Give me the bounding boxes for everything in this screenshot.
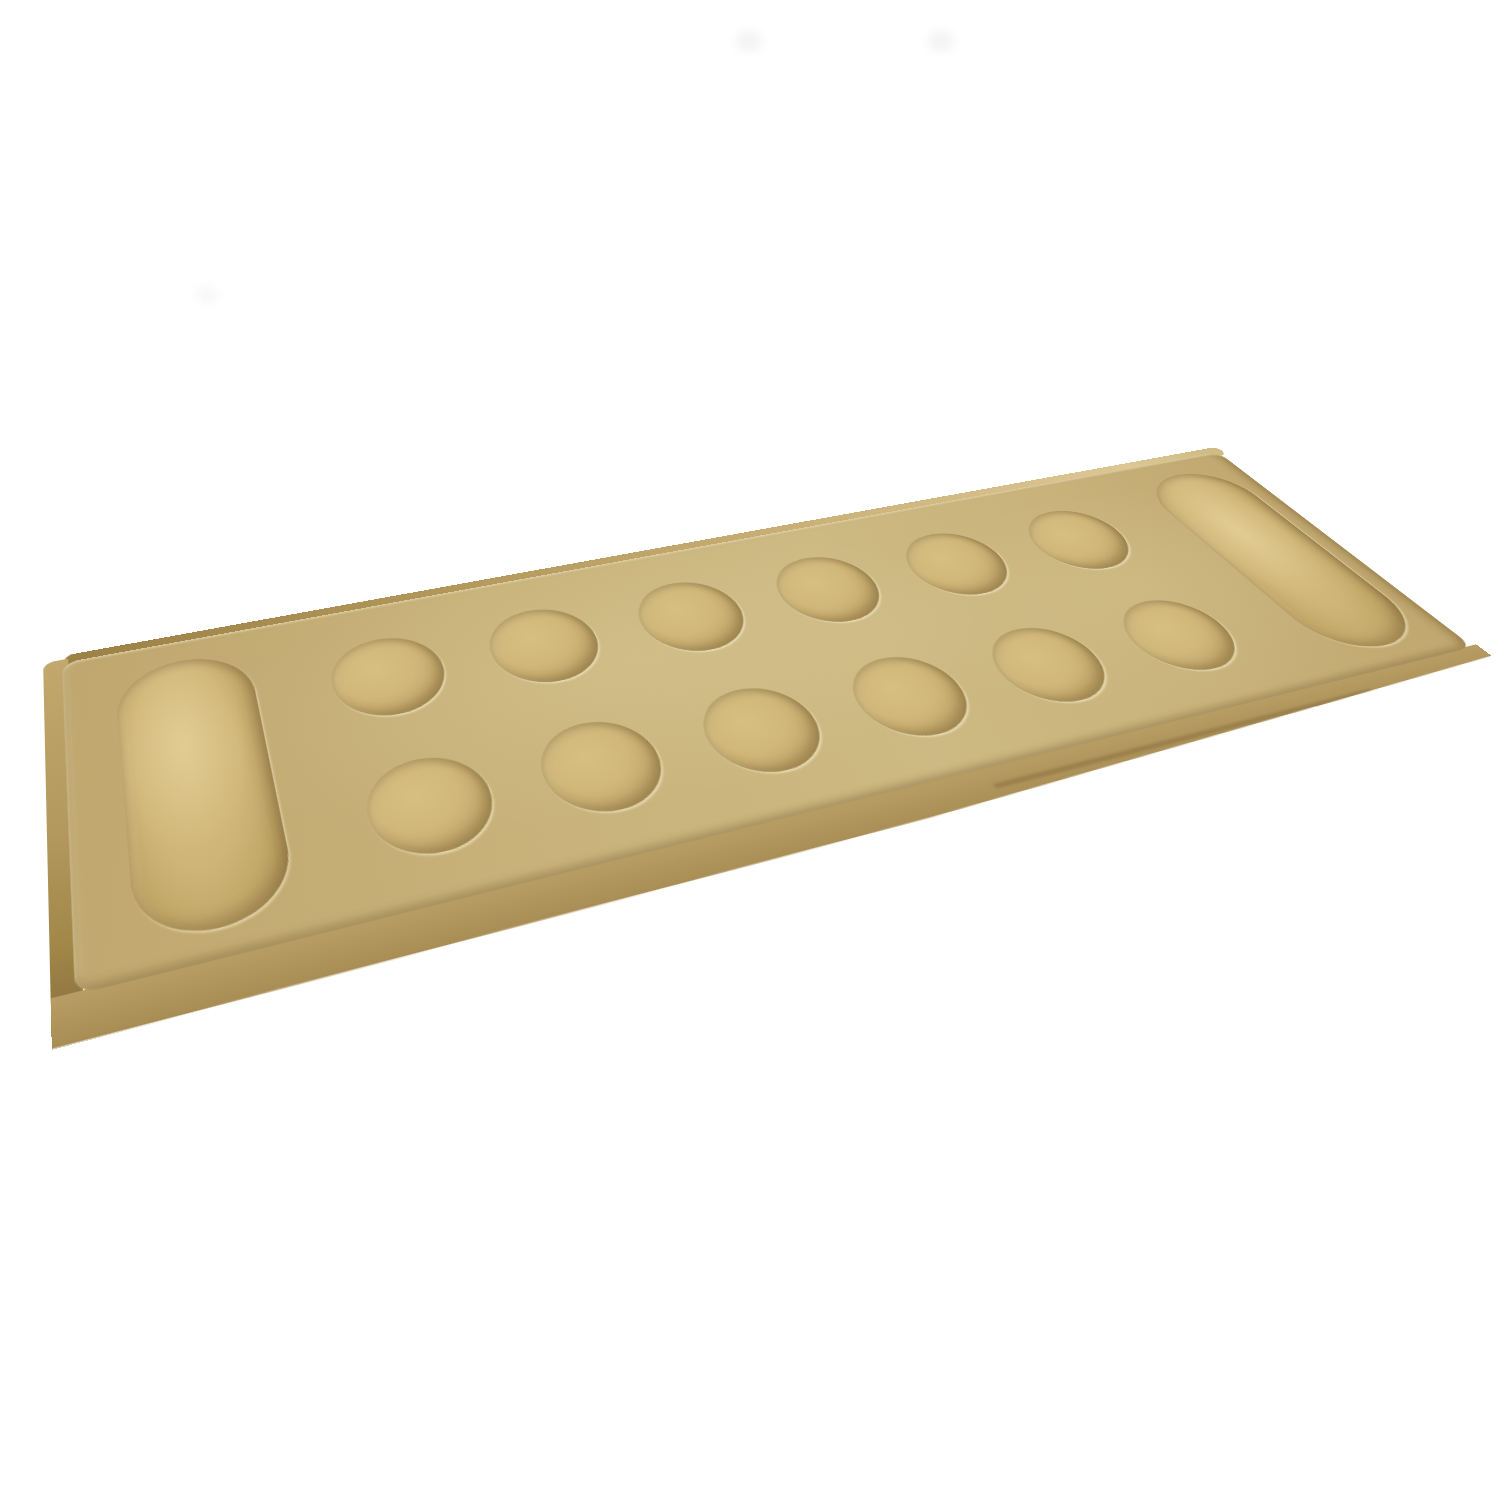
pit-s6[interactable] [1102,592,1258,678]
store-left[interactable] [113,649,300,948]
pit-n2[interactable] [478,601,614,691]
pit-s1[interactable] [356,747,507,866]
mancala-board [62,452,1473,995]
pit-n3[interactable] [623,575,760,660]
pit-s3[interactable] [685,679,839,783]
background-smudge [928,30,954,52]
pit-s5[interactable] [972,619,1128,710]
pit-s2[interactable] [527,712,680,823]
pit-s4[interactable] [833,648,988,745]
background-smudge [196,286,218,304]
photo-canvas [0,0,1500,1500]
pit-n6[interactable] [1010,504,1149,575]
pit-n4[interactable] [760,550,898,630]
pit-n1[interactable] [323,629,457,725]
board-top-surface [62,452,1473,995]
pit-n5[interactable] [888,526,1026,601]
background-smudge [736,30,762,52]
